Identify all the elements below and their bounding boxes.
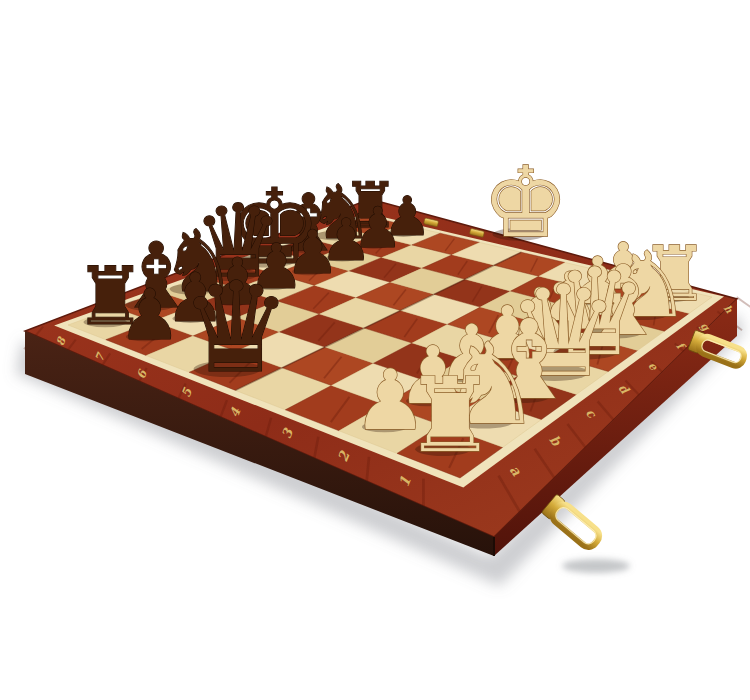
piece-glyph: ♛ bbox=[180, 255, 292, 400]
frame-grain bbox=[737, 297, 750, 315]
piece-glyph: ♟ bbox=[119, 274, 182, 355]
piece-white-rook-a1[interactable]: ♜ bbox=[404, 355, 496, 475]
piece-glyph: ♜ bbox=[404, 355, 496, 475]
latch-shadow bbox=[562, 559, 630, 573]
chess-set-product-photo: 12345678abcdefgh ♜♟♚♞♟♝♟♚♟♛♟♟♞♜♟♟♝♞♟♟♜♝♟… bbox=[0, 0, 750, 700]
chess-board: 12345678abcdefgh ♜♟♚♞♟♝♟♚♟♛♟♟♞♜♟♟♝♞♟♟♜♝♟… bbox=[0, 0, 750, 700]
piece-black-pawn-a7[interactable]: ♟ bbox=[119, 274, 182, 355]
piece-black-queen-a5[interactable]: ♛ bbox=[180, 255, 292, 400]
